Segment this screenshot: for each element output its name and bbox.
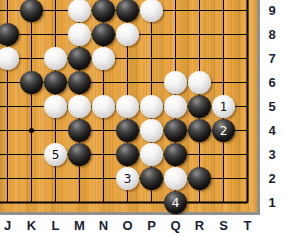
stone-S4: 2: [212, 119, 235, 142]
stone-P4: [140, 119, 163, 142]
col-label-S: S: [214, 218, 234, 234]
row-label-9: 9: [260, 3, 284, 19]
col-label-J: J: [0, 218, 18, 234]
stone-P5: [140, 95, 163, 118]
stone-M9: [68, 0, 91, 22]
stone-Q5: [164, 95, 187, 118]
stone-M6: [68, 71, 91, 94]
stone-M4: [68, 119, 91, 142]
stone-O3: [116, 143, 139, 166]
stone-M7: [68, 47, 91, 70]
stone-L5: [44, 95, 67, 118]
stone-L7: [44, 47, 67, 70]
row-label-3: 3: [260, 147, 284, 163]
row-label-2: 2: [260, 171, 284, 187]
col-label-N: N: [94, 218, 114, 234]
col-label-Q: Q: [166, 218, 186, 234]
move-number: 1: [220, 101, 228, 113]
move-number: 4: [172, 197, 180, 209]
stone-O2: 3: [116, 167, 139, 190]
col-label-P: P: [142, 218, 162, 234]
move-number: 5: [52, 149, 60, 161]
stone-Q4: [164, 119, 187, 142]
col-label-L: L: [46, 218, 66, 234]
stone-N9: [92, 0, 115, 22]
row-coordinates: 987654321: [260, 0, 284, 215]
stone-P2: [140, 167, 163, 190]
stones-layer: 24153: [0, 0, 257, 212]
stone-K9: [20, 0, 43, 22]
go-board[interactable]: 24153: [0, 0, 260, 215]
stone-O9: [116, 0, 139, 22]
column-coordinates: JKLMNOPQRST: [0, 215, 260, 236]
row-label-8: 8: [260, 27, 284, 43]
row-label-1: 1: [260, 195, 284, 211]
stone-Q6: [164, 71, 187, 94]
stone-M3: [68, 143, 91, 166]
col-label-T: T: [238, 218, 258, 234]
move-number: 2: [220, 125, 228, 137]
stone-N5: [92, 95, 115, 118]
stone-M8: [68, 23, 91, 46]
go-diagram: { "game": "go", "view": "cropped bottom-…: [0, 0, 284, 236]
stone-O4: [116, 119, 139, 142]
stone-O8: [116, 23, 139, 46]
row-label-5: 5: [260, 99, 284, 115]
stone-Q2: [164, 167, 187, 190]
stone-P3: [140, 143, 163, 166]
stone-R6: [188, 71, 211, 94]
stone-R5: [188, 95, 211, 118]
stone-K6: [20, 71, 43, 94]
col-label-R: R: [190, 218, 210, 234]
stone-N7: [92, 47, 115, 70]
row-label-7: 7: [260, 51, 284, 67]
row-label-6: 6: [260, 75, 284, 91]
stone-R4: [188, 119, 211, 142]
stone-R2: [188, 167, 211, 190]
stone-P9: [140, 0, 163, 22]
stone-Q1: 4: [164, 191, 187, 214]
stone-N8: [92, 23, 115, 46]
stone-J7: [0, 47, 19, 70]
stone-J8: [0, 23, 19, 46]
col-label-O: O: [118, 218, 138, 234]
stone-L3: 5: [44, 143, 67, 166]
move-number: 3: [124, 173, 132, 185]
stone-L6: [44, 71, 67, 94]
stone-S5: 1: [212, 95, 235, 118]
stone-Q3: [164, 143, 187, 166]
row-label-4: 4: [260, 123, 284, 139]
stone-M5: [68, 95, 91, 118]
stone-O5: [116, 95, 139, 118]
col-label-K: K: [22, 218, 42, 234]
col-label-M: M: [70, 218, 90, 234]
